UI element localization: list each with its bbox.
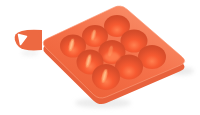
cavity-glow [104,53,120,62]
product-photo-scene [0,0,200,115]
hanging-tab [15,30,42,51]
silicone-mold-image [0,0,200,115]
